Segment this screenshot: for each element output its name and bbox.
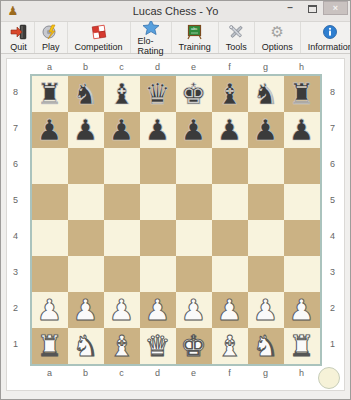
minimize-button[interactable]: – [279,1,301,16]
piece-white-pawn: ♟ [37,292,63,328]
square-a3[interactable] [32,256,68,292]
piece-white-rook: ♜ [289,328,315,364]
square-e7[interactable]: ♟ [176,112,212,148]
square-f1[interactable]: ♝ [212,328,248,364]
square-e3[interactable] [176,256,212,292]
square-e2[interactable]: ♟ [176,292,212,328]
square-d2[interactable]: ♟ [140,292,176,328]
square-a8[interactable]: ♜ [32,76,68,112]
square-g1[interactable]: ♞ [248,328,284,364]
piece-black-pawn: ♟ [145,112,171,148]
toolbar: Quit Play [1,21,350,54]
chess-board: ♜♞♝♛♚♝♞♜♟♟♟♟♟♟♟♟♟♟♟♟♟♟♟♟♜♞♝♛♚♝♞♜ [30,74,322,366]
square-h2[interactable]: ♟ [284,292,320,328]
quit-door-arrow-icon [10,24,27,41]
square-b8[interactable]: ♞ [68,76,104,112]
piece-white-bishop: ♝ [217,328,243,364]
piece-black-pawn: ♟ [37,112,63,148]
square-g4[interactable] [248,220,284,256]
square-f7[interactable]: ♟ [212,112,248,148]
square-d7[interactable]: ♟ [140,112,176,148]
piece-black-pawn: ♟ [253,112,279,148]
square-a5[interactable] [32,184,68,220]
maximize-button[interactable] [301,1,323,16]
piece-white-bishop: ♝ [109,328,135,364]
square-d3[interactable] [140,256,176,292]
square-h8[interactable]: ♜ [284,76,320,112]
square-d5[interactable] [140,184,176,220]
rank-labels-left: 87654321 [8,74,30,366]
close-button[interactable]: × [323,1,348,15]
rank-label-5: 5 [8,182,30,218]
square-g8[interactable]: ♞ [248,76,284,112]
rank-label-6: 6 [322,146,344,182]
file-labels-bottom: abcdefgh [10,366,342,380]
rank-label-8: 8 [322,74,344,110]
file-label-d: d [140,62,176,72]
piece-black-pawn: ♟ [217,112,243,148]
square-e5[interactable] [176,184,212,220]
square-h1[interactable]: ♜ [284,328,320,364]
piece-white-king: ♚ [181,328,207,364]
information-button[interactable]: Information [301,22,351,53]
competition-checkered-icon [91,24,107,41]
training-chalkboard-icon: abc [186,24,203,41]
elo-rating-button[interactable]: Elo-Rating [131,22,172,53]
maximize-icon [308,5,317,13]
square-b1[interactable]: ♞ [68,328,104,364]
file-label-e: e [176,62,212,72]
square-h6[interactable] [284,148,320,184]
file-label-a: a [32,62,68,72]
piece-black-rook: ♜ [37,76,63,112]
tools-crossed-icon [228,24,244,41]
training-label: Training [179,42,211,52]
file-label-b: b [68,368,104,378]
file-label-h: h [284,62,320,72]
rank-label-2: 2 [322,290,344,326]
rank-label-3: 3 [322,254,344,290]
rank-label-1: 1 [322,326,344,362]
square-c1[interactable]: ♝ [104,328,140,364]
options-gear-icon: ⚙ [271,24,284,41]
information-icon [322,24,338,41]
square-a6[interactable] [32,148,68,184]
square-c2[interactable]: ♟ [104,292,140,328]
piece-black-king: ♚ [181,76,207,112]
rank-label-5: 5 [322,182,344,218]
rank-label-6: 6 [8,146,30,182]
window-controls: – × [279,1,348,21]
square-b4[interactable] [68,220,104,256]
piece-white-pawn: ♟ [181,292,207,328]
square-c7[interactable]: ♟ [104,112,140,148]
file-label-c: c [104,62,140,72]
square-c5[interactable] [104,184,140,220]
rank-label-7: 7 [8,110,30,146]
square-b3[interactable] [68,256,104,292]
square-g3[interactable] [248,256,284,292]
piece-white-pawn: ♟ [253,292,279,328]
piece-black-knight: ♞ [73,76,99,112]
rank-label-1: 1 [8,326,30,362]
piece-black-bishop: ♝ [109,76,135,112]
square-c8[interactable]: ♝ [104,76,140,112]
piece-white-pawn: ♟ [73,292,99,328]
piece-black-bishop: ♝ [217,76,243,112]
file-label-h: h [284,368,320,378]
file-label-g: g [248,368,284,378]
elo-rating-star-icon [142,19,160,35]
square-e1[interactable]: ♚ [176,328,212,364]
file-label-e: e [176,368,212,378]
file-labels-top: abcdefgh [10,60,342,74]
rank-label-8: 8 [8,74,30,110]
square-f8[interactable]: ♝ [212,76,248,112]
piece-black-knight: ♞ [253,76,279,112]
square-a4[interactable] [32,220,68,256]
square-b7[interactable]: ♟ [68,112,104,148]
piece-white-rook: ♜ [37,328,63,364]
board-area: abcdefgh 87654321 ♜♞♝♛♚♝♞♜♟♟♟♟♟♟♟♟♟♟♟♟♟♟… [7,59,344,380]
quit-button[interactable]: Quit [3,22,35,53]
play-label: Play [42,42,60,52]
rank-label-3: 3 [8,254,30,290]
square-f6[interactable] [212,148,248,184]
play-gear-lightning-icon [42,24,59,41]
square-c6[interactable] [104,148,140,184]
square-d4[interactable] [140,220,176,256]
square-d6[interactable] [140,148,176,184]
square-h3[interactable] [284,256,320,292]
training-button[interactable]: abc Training [172,22,219,53]
title-bar: ♟ Lucas Chess - Yo – × [1,1,350,21]
svg-text:abc: abc [191,26,197,31]
square-d8[interactable]: ♛ [140,76,176,112]
rank-label-7: 7 [322,110,344,146]
file-label-f: f [212,368,248,378]
rank-labels-right: 87654321 [322,74,344,366]
competition-button[interactable]: Competition [68,22,131,53]
piece-black-queen: ♛ [145,76,171,112]
options-label: Options [262,42,293,52]
square-b6[interactable] [68,148,104,184]
turn-indicator [318,367,340,389]
piece-black-rook: ♜ [289,76,315,112]
square-a1[interactable]: ♜ [32,328,68,364]
rank-label-4: 4 [8,218,30,254]
piece-white-pawn: ♟ [109,292,135,328]
square-e4[interactable] [176,220,212,256]
square-h5[interactable] [284,184,320,220]
square-f3[interactable] [212,256,248,292]
board-panel: abcdefgh 87654321 ♜♞♝♛♚♝♞♜♟♟♟♟♟♟♟♟♟♟♟♟♟♟… [6,58,345,391]
square-f5[interactable] [212,184,248,220]
lucas-chess-window: ♟ Lucas Chess - Yo – × Quit [0,0,351,400]
piece-black-pawn: ♟ [73,112,99,148]
square-b5[interactable] [68,184,104,220]
square-d1[interactable]: ♛ [140,328,176,364]
square-e8[interactable]: ♚ [176,76,212,112]
square-a7[interactable]: ♟ [32,112,68,148]
file-label-c: c [104,368,140,378]
square-g2[interactable]: ♟ [248,292,284,328]
square-g5[interactable] [248,184,284,220]
information-label: Information [308,42,351,52]
piece-white-knight: ♞ [73,328,99,364]
file-label-b: b [68,62,104,72]
square-a2[interactable]: ♟ [32,292,68,328]
piece-black-pawn: ♟ [109,112,135,148]
square-f4[interactable] [212,220,248,256]
square-h7[interactable]: ♟ [284,112,320,148]
file-label-f: f [212,62,248,72]
piece-black-pawn: ♟ [289,112,315,148]
piece-white-pawn: ♟ [289,292,315,328]
square-g6[interactable] [248,148,284,184]
file-label-a: a [32,368,68,378]
square-c4[interactable] [104,220,140,256]
square-e6[interactable] [176,148,212,184]
square-g7[interactable]: ♟ [248,112,284,148]
competition-label: Competition [75,42,123,52]
piece-white-knight: ♞ [253,328,279,364]
piece-black-pawn: ♟ [181,112,207,148]
quit-label: Quit [10,42,27,52]
square-b2[interactable]: ♟ [68,292,104,328]
rank-label-4: 4 [322,218,344,254]
tools-button[interactable]: Tools [219,22,255,53]
pawn-icon: ♟ [5,4,21,18]
square-c3[interactable] [104,256,140,292]
piece-white-queen: ♛ [145,328,171,364]
rank-label-2: 2 [8,290,30,326]
elo-rating-label: Elo-Rating [138,36,164,56]
options-button[interactable]: ⚙ Options [255,22,301,53]
piece-white-pawn: ♟ [145,292,171,328]
file-label-g: g [248,62,284,72]
square-h4[interactable] [284,220,320,256]
square-f2[interactable]: ♟ [212,292,248,328]
file-label-d: d [140,368,176,378]
piece-white-pawn: ♟ [217,292,243,328]
play-button[interactable]: Play [35,22,68,53]
tools-label: Tools [226,42,247,52]
